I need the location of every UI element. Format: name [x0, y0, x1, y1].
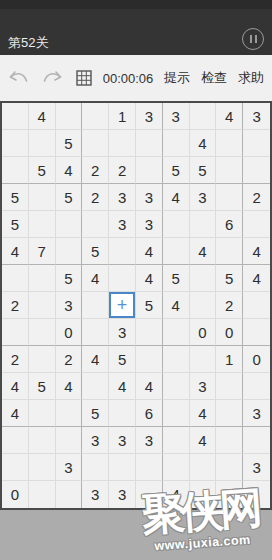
cell-r12c3[interactable]	[56, 400, 83, 427]
cell-r10c3[interactable]: 2	[56, 346, 83, 373]
cell-r7c10[interactable]: 4	[243, 265, 270, 292]
cell-r14c5[interactable]	[109, 454, 136, 481]
cell-r3c3[interactable]: 4	[56, 157, 83, 184]
cell-r12c7[interactable]	[163, 400, 190, 427]
cell-r11c1[interactable]: 4	[2, 373, 29, 400]
cell-r8c7[interactable]: 4	[163, 292, 190, 319]
cell-r7c5[interactable]	[109, 265, 136, 292]
cell-r9c6[interactable]	[136, 319, 163, 346]
cell-r5c4[interactable]	[82, 211, 109, 238]
cell-r13c7[interactable]	[163, 427, 190, 454]
cell-r7c3[interactable]: 5	[56, 265, 83, 292]
cell-r15c4[interactable]: 3	[82, 481, 109, 508]
check-button[interactable]: 检查	[201, 69, 227, 87]
cell-r13c10[interactable]	[243, 427, 270, 454]
cell-r6c6[interactable]: 4	[136, 238, 163, 265]
cell-r11c4[interactable]	[82, 373, 109, 400]
cell-r1c5[interactable]: 1	[109, 103, 136, 130]
cell-r6c3[interactable]	[56, 238, 83, 265]
cell-r3c4[interactable]: 2	[82, 157, 109, 184]
timer: 00:00:06	[103, 71, 154, 86]
cell-r2c10[interactable]	[243, 130, 270, 157]
cell-r2c9[interactable]	[216, 130, 243, 157]
cell-r12c8[interactable]: 4	[190, 400, 217, 427]
cell-r12c9[interactable]	[216, 400, 243, 427]
cell-r3c1[interactable]	[2, 157, 29, 184]
cell-r6c10[interactable]: 4	[243, 238, 270, 265]
cell-r12c6[interactable]: 6	[136, 400, 163, 427]
cell-r4c1[interactable]: 5	[2, 184, 29, 211]
cell-r6c2[interactable]: 7	[29, 238, 56, 265]
cell-r5c9[interactable]: 6	[216, 211, 243, 238]
cell-r14c4[interactable]	[82, 454, 109, 481]
cell-r1c6[interactable]: 3	[136, 103, 163, 130]
cell-r14c10[interactable]: 3	[243, 454, 270, 481]
toolbar-buttons: 提示 检查 求助	[164, 69, 264, 87]
cell-r13c5[interactable]: 3	[109, 427, 136, 454]
cell-r7c7[interactable]: 5	[163, 265, 190, 292]
cell-r6c8[interactable]: 4	[190, 238, 217, 265]
cell-r7c8[interactable]	[190, 265, 217, 292]
cell-r10c2[interactable]	[29, 346, 56, 373]
cell-r10c10[interactable]: 0	[243, 346, 270, 373]
cell-r9c8[interactable]: 0	[190, 319, 217, 346]
cell-r14c8[interactable]	[190, 454, 217, 481]
cell-r14c9[interactable]	[216, 454, 243, 481]
cell-r2c7[interactable]	[163, 130, 190, 157]
cell-r10c6[interactable]	[136, 346, 163, 373]
cell-r11c8[interactable]: 3	[190, 373, 217, 400]
cell-r9c3[interactable]: 0	[56, 319, 83, 346]
cell-r15c9[interactable]	[216, 481, 243, 508]
cell-r10c5[interactable]: 5	[109, 346, 136, 373]
cell-r3c2[interactable]: 5	[29, 157, 56, 184]
cell-r13c2[interactable]	[29, 427, 56, 454]
toolbar-icons	[8, 70, 92, 86]
cell-r2c1[interactable]	[2, 130, 29, 157]
cell-r5c8[interactable]	[190, 211, 217, 238]
cell-r11c5[interactable]: 4	[109, 373, 136, 400]
watermark-url: www.juxia.com	[132, 531, 272, 555]
puzzle-grid: 4133435454225555233432533647544454455423…	[0, 101, 272, 510]
cell-r13c8[interactable]: 4	[190, 427, 217, 454]
cell-r2c6[interactable]	[136, 130, 163, 157]
cell-r7c1[interactable]	[2, 265, 29, 292]
hint-button[interactable]: 提示	[164, 69, 190, 87]
redo-icon[interactable]	[42, 70, 63, 86]
cell-r3c10[interactable]	[243, 157, 270, 184]
cell-r1c10[interactable]: 3	[243, 103, 270, 130]
cell-r9c10[interactable]	[243, 319, 270, 346]
help-button[interactable]: 求助	[238, 69, 264, 87]
cell-r11c6[interactable]: 4	[136, 373, 163, 400]
cell-r9c2[interactable]	[29, 319, 56, 346]
cell-r12c2[interactable]	[29, 400, 56, 427]
cell-r2c3[interactable]: 5	[56, 130, 83, 157]
cell-r3c8[interactable]: 5	[190, 157, 217, 184]
cell-r9c5[interactable]: 3	[109, 319, 136, 346]
cell-r6c4[interactable]: 5	[82, 238, 109, 265]
cell-r6c9[interactable]	[216, 238, 243, 265]
cell-r15c1[interactable]: 0	[2, 481, 29, 508]
cell-r11c3[interactable]: 4	[56, 373, 83, 400]
cell-r8c8[interactable]	[190, 292, 217, 319]
cell-r11c7[interactable]	[163, 373, 190, 400]
cell-r3c7[interactable]: 5	[163, 157, 190, 184]
cell-r8c6[interactable]: 5	[136, 292, 163, 319]
cell-r14c2[interactable]	[29, 454, 56, 481]
cell-r14c1[interactable]	[2, 454, 29, 481]
cell-r8c10[interactable]	[243, 292, 270, 319]
undo-icon[interactable]	[8, 70, 29, 86]
cell-r1c2[interactable]: 4	[29, 103, 56, 130]
cell-r8c2[interactable]	[29, 292, 56, 319]
pause-button[interactable]	[242, 28, 264, 50]
cell-r5c10[interactable]	[243, 211, 270, 238]
cell-r2c5[interactable]	[109, 130, 136, 157]
cell-r9c9[interactable]: 0	[216, 319, 243, 346]
cell-r10c7[interactable]	[163, 346, 190, 373]
cell-r2c4[interactable]	[82, 130, 109, 157]
cell-r15c8[interactable]	[190, 481, 217, 508]
grid-view-icon[interactable]	[76, 70, 92, 86]
cell-r4c4[interactable]: 2	[82, 184, 109, 211]
cell-r15c2[interactable]	[29, 481, 56, 508]
cell-r4c5[interactable]: 3	[109, 184, 136, 211]
cell-r5c1[interactable]: 5	[2, 211, 29, 238]
cell-r14c3[interactable]: 3	[56, 454, 83, 481]
cell-r2c2[interactable]	[29, 130, 56, 157]
cell-r5c5[interactable]: 3	[109, 211, 136, 238]
cell-r15c5[interactable]: 3	[109, 481, 136, 508]
cell-r11c10[interactable]	[243, 373, 270, 400]
cell-r13c9[interactable]	[216, 427, 243, 454]
cell-r4c9[interactable]	[216, 184, 243, 211]
cell-r4c8[interactable]: 3	[190, 184, 217, 211]
cell-r15c10[interactable]	[243, 481, 270, 508]
cell-r5c2[interactable]	[29, 211, 56, 238]
cell-r4c6[interactable]: 3	[136, 184, 163, 211]
top-bar: 第52关	[0, 0, 272, 55]
cell-r10c9[interactable]: 1	[216, 346, 243, 373]
cell-r12c10[interactable]: 3	[243, 400, 270, 427]
cell-r6c5[interactable]	[109, 238, 136, 265]
cell-r15c6[interactable]	[136, 481, 163, 508]
cell-r8c9[interactable]: 2	[216, 292, 243, 319]
cell-r15c3[interactable]	[56, 481, 83, 508]
cell-r8c3[interactable]: 3	[56, 292, 83, 319]
cell-r12c5[interactable]	[109, 400, 136, 427]
cell-r1c4[interactable]	[82, 103, 109, 130]
cell-r2c8[interactable]: 4	[190, 130, 217, 157]
cell-r7c2[interactable]	[29, 265, 56, 292]
cell-r4c2[interactable]	[29, 184, 56, 211]
cell-r7c9[interactable]: 5	[216, 265, 243, 292]
cell-r13c1[interactable]	[2, 427, 29, 454]
pause-icon	[250, 35, 252, 43]
cell-r13c4[interactable]: 3	[82, 427, 109, 454]
cell-r4c10[interactable]: 2	[243, 184, 270, 211]
cell-r1c3[interactable]	[56, 103, 83, 130]
cell-r13c3[interactable]	[56, 427, 83, 454]
cell-r5c3[interactable]	[56, 211, 83, 238]
pause-icon	[255, 35, 257, 43]
cell-r9c4[interactable]	[82, 319, 109, 346]
cell-r14c6[interactable]	[136, 454, 163, 481]
cell-r1c7[interactable]: 3	[163, 103, 190, 130]
cell-r1c8[interactable]	[190, 103, 217, 130]
cell-r8c4[interactable]	[82, 292, 109, 319]
cell-r7c4[interactable]: 4	[82, 265, 109, 292]
cell-r13c6[interactable]: 3	[136, 427, 163, 454]
cell-r4c7[interactable]: 4	[163, 184, 190, 211]
cell-r3c5[interactable]: 2	[109, 157, 136, 184]
cell-r14c7[interactable]	[163, 454, 190, 481]
cell-r8c1[interactable]: 2	[2, 292, 29, 319]
cell-r5c7[interactable]	[163, 211, 190, 238]
cell-r15c7[interactable]: 4	[163, 481, 190, 508]
cell-r12c1[interactable]: 4	[2, 400, 29, 427]
selected-cell[interactable]: +	[109, 292, 136, 319]
cell-r11c9[interactable]	[216, 373, 243, 400]
level-title: 第52关	[8, 35, 48, 50]
cell-r9c7[interactable]	[163, 319, 190, 346]
cell-r1c9[interactable]: 4	[216, 103, 243, 130]
cell-r3c9[interactable]	[216, 157, 243, 184]
cell-r11c2[interactable]: 5	[29, 373, 56, 400]
cell-r5c6[interactable]: 3	[136, 211, 163, 238]
cell-r12c4[interactable]: 5	[82, 400, 109, 427]
cell-r3c6[interactable]	[136, 157, 163, 184]
app-screen: 第52关	[0, 0, 272, 560]
toolbar: 00:00:06 提示 检查 求助	[0, 55, 272, 101]
cell-r10c1[interactable]: 2	[2, 346, 29, 373]
cell-r7c6[interactable]: 4	[136, 265, 163, 292]
cell-r4c3[interactable]: 5	[56, 184, 83, 211]
cell-r10c8[interactable]	[190, 346, 217, 373]
cell-r9c1[interactable]	[2, 319, 29, 346]
cell-r6c1[interactable]: 4	[2, 238, 29, 265]
cell-r10c4[interactable]: 4	[82, 346, 109, 373]
cell-r1c1[interactable]	[2, 103, 29, 130]
cell-r6c7[interactable]	[163, 238, 190, 265]
